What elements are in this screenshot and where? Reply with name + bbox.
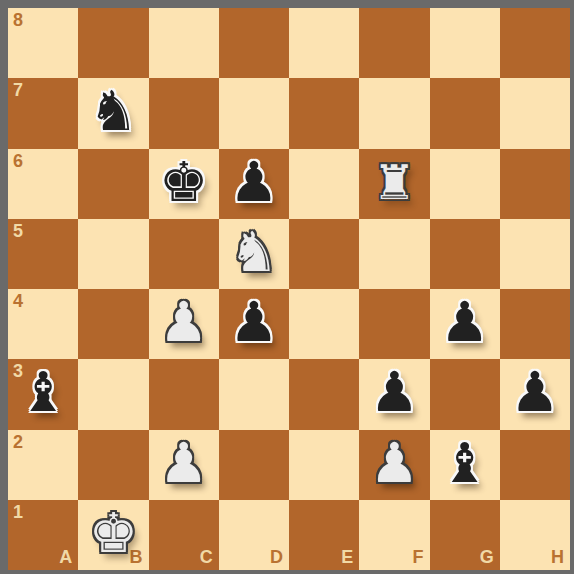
square-e5[interactable] (289, 219, 359, 289)
square-c7[interactable] (149, 78, 219, 148)
file-label-a: A (59, 548, 72, 566)
rank-label-4: 4 (13, 292, 23, 310)
square-c1[interactable]: C (149, 500, 219, 570)
square-b4[interactable] (78, 289, 148, 359)
square-g6[interactable] (430, 149, 500, 219)
square-c6[interactable]: ♚ (149, 149, 219, 219)
square-e8[interactable] (289, 8, 359, 78)
square-g7[interactable] (430, 78, 500, 148)
square-c2[interactable]: ♟ (149, 430, 219, 500)
square-g2[interactable]: ♝ (430, 430, 500, 500)
square-h6[interactable] (500, 149, 570, 219)
square-f8[interactable] (359, 8, 429, 78)
square-b6[interactable] (78, 149, 148, 219)
black-pawn-piece[interactable]: ♟ (359, 359, 429, 429)
rank-label-8: 8 (13, 11, 23, 29)
white-pawn-piece[interactable]: ♟ (359, 430, 429, 500)
square-a2[interactable]: 2 (8, 430, 78, 500)
square-d6[interactable]: ♟ (219, 149, 289, 219)
file-label-d: D (270, 548, 283, 566)
square-d3[interactable] (219, 359, 289, 429)
square-a7[interactable]: 7 (8, 78, 78, 148)
black-pawn-piece[interactable]: ♟ (219, 149, 289, 219)
square-f6[interactable]: ♜ (359, 149, 429, 219)
rank-label-1: 1 (13, 503, 23, 521)
square-c3[interactable] (149, 359, 219, 429)
chess-board: 87♞6♚♟♜5♞4♟♟♟3♝♟♟2♟♟♝1AB♚CDEFGH (8, 8, 570, 570)
square-h4[interactable] (500, 289, 570, 359)
rank-label-5: 5 (13, 222, 23, 240)
square-f2[interactable]: ♟ (359, 430, 429, 500)
square-b7[interactable]: ♞ (78, 78, 148, 148)
square-g1[interactable]: G (430, 500, 500, 570)
square-d5[interactable]: ♞ (219, 219, 289, 289)
black-king-piece[interactable]: ♚ (149, 149, 219, 219)
square-b3[interactable] (78, 359, 148, 429)
square-e3[interactable] (289, 359, 359, 429)
black-pawn-piece[interactable]: ♟ (219, 289, 289, 359)
square-e4[interactable] (289, 289, 359, 359)
black-bishop-piece[interactable]: ♝ (8, 359, 78, 429)
square-b8[interactable] (78, 8, 148, 78)
file-label-c: C (200, 548, 213, 566)
square-a6[interactable]: 6 (8, 149, 78, 219)
square-h5[interactable] (500, 219, 570, 289)
file-label-f: F (413, 548, 424, 566)
square-e1[interactable]: E (289, 500, 359, 570)
square-a5[interactable]: 5 (8, 219, 78, 289)
square-a4[interactable]: 4 (8, 289, 78, 359)
square-g5[interactable] (430, 219, 500, 289)
square-a1[interactable]: 1A (8, 500, 78, 570)
file-label-h: H (551, 548, 564, 566)
square-f1[interactable]: F (359, 500, 429, 570)
square-g4[interactable]: ♟ (430, 289, 500, 359)
black-pawn-piece[interactable]: ♟ (500, 359, 570, 429)
square-h1[interactable]: H (500, 500, 570, 570)
white-pawn-piece[interactable]: ♟ (149, 430, 219, 500)
square-f3[interactable]: ♟ (359, 359, 429, 429)
square-f5[interactable] (359, 219, 429, 289)
square-h3[interactable]: ♟ (500, 359, 570, 429)
square-f4[interactable] (359, 289, 429, 359)
rank-label-2: 2 (13, 433, 23, 451)
white-pawn-piece[interactable]: ♟ (149, 289, 219, 359)
white-knight-piece[interactable]: ♞ (219, 219, 289, 289)
square-h8[interactable] (500, 8, 570, 78)
square-g8[interactable] (430, 8, 500, 78)
square-e2[interactable] (289, 430, 359, 500)
square-b2[interactable] (78, 430, 148, 500)
rank-label-6: 6 (13, 152, 23, 170)
square-e7[interactable] (289, 78, 359, 148)
square-d1[interactable]: D (219, 500, 289, 570)
square-f7[interactable] (359, 78, 429, 148)
square-d7[interactable] (219, 78, 289, 148)
board-frame: 87♞6♚♟♜5♞4♟♟♟3♝♟♟2♟♟♝1AB♚CDEFGH (0, 0, 574, 574)
file-label-g: G (480, 548, 494, 566)
square-h2[interactable] (500, 430, 570, 500)
square-a8[interactable]: 8 (8, 8, 78, 78)
file-label-e: E (341, 548, 353, 566)
square-c5[interactable] (149, 219, 219, 289)
black-knight-piece[interactable]: ♞ (78, 78, 148, 148)
square-d8[interactable] (219, 8, 289, 78)
square-b1[interactable]: B♚ (78, 500, 148, 570)
square-d2[interactable] (219, 430, 289, 500)
white-king-piece[interactable]: ♚ (78, 500, 148, 570)
black-pawn-piece[interactable]: ♟ (430, 289, 500, 359)
square-e6[interactable] (289, 149, 359, 219)
square-g3[interactable] (430, 359, 500, 429)
black-bishop-piece[interactable]: ♝ (430, 430, 500, 500)
square-h7[interactable] (500, 78, 570, 148)
square-d4[interactable]: ♟ (219, 289, 289, 359)
square-c8[interactable] (149, 8, 219, 78)
square-b5[interactable] (78, 219, 148, 289)
rank-label-7: 7 (13, 81, 23, 99)
white-rook-piece[interactable]: ♜ (359, 149, 429, 219)
square-c4[interactable]: ♟ (149, 289, 219, 359)
square-a3[interactable]: 3♝ (8, 359, 78, 429)
